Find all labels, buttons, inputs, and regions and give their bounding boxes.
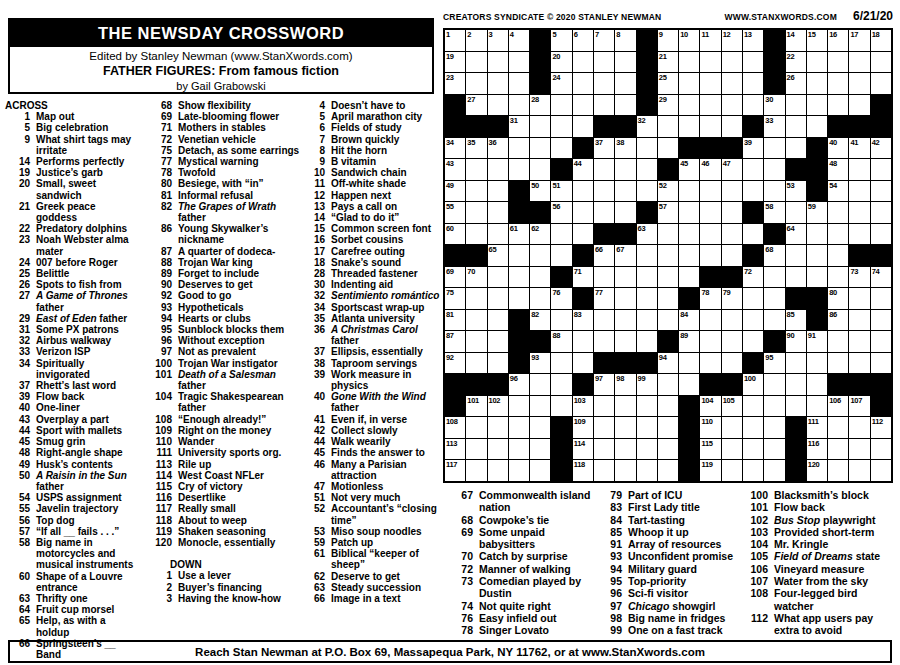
grid-cell[interactable]: 89 [679, 331, 699, 352]
grid-cell[interactable] [679, 116, 699, 137]
grid-cell[interactable] [743, 310, 763, 331]
grid-cell[interactable] [807, 95, 827, 116]
grid-cell[interactable]: 13 [743, 30, 763, 51]
grid-cell[interactable]: 38 [615, 138, 635, 159]
grid-cell[interactable]: 103 [573, 396, 593, 417]
grid-cell[interactable] [637, 245, 657, 266]
grid-cell[interactable]: 65 [488, 245, 508, 266]
grid-cell[interactable]: 74 [871, 267, 891, 288]
grid-cell[interactable] [849, 460, 869, 481]
grid-cell[interactable] [658, 460, 678, 481]
grid-cell[interactable] [637, 396, 657, 417]
grid-cell[interactable]: 112 [871, 417, 891, 438]
grid-cell[interactable] [828, 331, 848, 352]
grid-cell[interactable] [551, 116, 571, 137]
grid-cell[interactable] [807, 267, 827, 288]
grid-cell[interactable]: 78 [700, 288, 720, 309]
grid-cell[interactable] [637, 181, 657, 202]
grid-cell[interactable]: 117 [445, 460, 465, 481]
grid-cell[interactable] [722, 310, 742, 331]
grid-cell[interactable] [849, 159, 869, 180]
grid-cell[interactable] [658, 374, 678, 395]
grid-cell[interactable] [637, 138, 657, 159]
grid-cell[interactable] [871, 288, 891, 309]
grid-cell[interactable] [871, 224, 891, 245]
grid-cell[interactable] [722, 224, 742, 245]
grid-cell[interactable]: 81 [445, 310, 465, 331]
grid-cell[interactable] [573, 331, 593, 352]
grid-cell[interactable] [871, 202, 891, 223]
grid-cell[interactable] [764, 267, 784, 288]
grid-cell[interactable] [871, 439, 891, 460]
crossword-grid[interactable]: 1234567891011121314151617181920212223242… [443, 28, 893, 483]
grid-cell[interactable] [764, 181, 784, 202]
grid-cell[interactable]: 91 [807, 331, 827, 352]
grid-cell[interactable]: 98 [615, 374, 635, 395]
grid-cell[interactable]: 63 [637, 224, 657, 245]
grid-cell[interactable] [466, 310, 486, 331]
grid-cell[interactable] [509, 417, 529, 438]
grid-cell[interactable]: 70 [466, 267, 486, 288]
grid-cell[interactable]: 51 [551, 181, 571, 202]
grid-cell[interactable]: 34 [445, 138, 465, 159]
grid-cell[interactable]: 119 [700, 460, 720, 481]
grid-cell[interactable] [807, 353, 827, 374]
grid-cell[interactable] [488, 159, 508, 180]
grid-cell[interactable] [466, 439, 486, 460]
grid-cell[interactable] [466, 417, 486, 438]
grid-cell[interactable] [786, 95, 806, 116]
grid-cell[interactable] [573, 224, 593, 245]
grid-cell[interactable]: 31 [509, 116, 529, 137]
grid-cell[interactable] [594, 159, 614, 180]
grid-cell[interactable] [509, 396, 529, 417]
grid-cell[interactable] [849, 417, 869, 438]
grid-cell[interactable]: 47 [722, 159, 742, 180]
grid-cell[interactable]: 32 [637, 116, 657, 137]
grid-cell[interactable]: 20 [551, 52, 571, 73]
grid-cell[interactable] [530, 396, 550, 417]
grid-cell[interactable]: 29 [658, 95, 678, 116]
grid-cell[interactable] [700, 202, 720, 223]
grid-cell[interactable] [786, 245, 806, 266]
grid-cell[interactable] [871, 331, 891, 352]
grid-cell[interactable]: 105 [722, 396, 742, 417]
grid-cell[interactable] [849, 288, 869, 309]
grid-cell[interactable]: 85 [786, 310, 806, 331]
grid-cell[interactable] [551, 245, 571, 266]
grid-cell[interactable] [466, 331, 486, 352]
grid-cell[interactable] [764, 417, 784, 438]
grid-cell[interactable]: 23 [445, 73, 465, 94]
grid-cell[interactable]: 106 [828, 396, 848, 417]
grid-cell[interactable] [594, 181, 614, 202]
grid-cell[interactable]: 80 [828, 288, 848, 309]
grid-cell[interactable] [679, 353, 699, 374]
grid-cell[interactable]: 84 [679, 310, 699, 331]
grid-cell[interactable] [722, 116, 742, 137]
grid-cell[interactable] [615, 181, 635, 202]
grid-cell[interactable]: 113 [445, 439, 465, 460]
grid-cell[interactable]: 10 [679, 30, 699, 51]
grid-cell[interactable] [807, 396, 827, 417]
grid-cell[interactable] [488, 460, 508, 481]
grid-cell[interactable]: 86 [828, 310, 848, 331]
grid-cell[interactable] [488, 73, 508, 94]
grid-cell[interactable] [679, 245, 699, 266]
grid-cell[interactable] [509, 159, 529, 180]
grid-cell[interactable]: 120 [807, 460, 827, 481]
grid-cell[interactable]: 37 [594, 138, 614, 159]
grid-cell[interactable]: 21 [658, 52, 678, 73]
grid-cell[interactable]: 52 [658, 181, 678, 202]
grid-cell[interactable]: 79 [722, 288, 742, 309]
grid-cell[interactable]: 69 [445, 267, 465, 288]
grid-cell[interactable]: 107 [849, 396, 869, 417]
grid-cell[interactable] [466, 202, 486, 223]
grid-cell[interactable] [849, 439, 869, 460]
grid-cell[interactable] [700, 116, 720, 137]
grid-cell[interactable] [828, 224, 848, 245]
grid-cell[interactable] [786, 138, 806, 159]
grid-cell[interactable] [637, 460, 657, 481]
grid-cell[interactable] [828, 460, 848, 481]
grid-cell[interactable] [637, 267, 657, 288]
grid-cell[interactable] [530, 288, 550, 309]
grid-cell[interactable]: 17 [849, 30, 869, 51]
grid-cell[interactable] [530, 138, 550, 159]
grid-cell[interactable] [743, 159, 763, 180]
grid-cell[interactable] [722, 417, 742, 438]
grid-cell[interactable] [658, 138, 678, 159]
grid-cell[interactable]: 19 [445, 52, 465, 73]
grid-cell[interactable] [594, 267, 614, 288]
grid-cell[interactable]: 6 [573, 30, 593, 51]
grid-cell[interactable]: 5 [551, 30, 571, 51]
grid-cell[interactable] [722, 439, 742, 460]
grid-cell[interactable]: 111 [807, 417, 827, 438]
grid-cell[interactable] [573, 116, 593, 137]
grid-cell[interactable] [679, 73, 699, 94]
grid-cell[interactable] [615, 417, 635, 438]
grid-cell[interactable] [594, 331, 614, 352]
grid-cell[interactable] [722, 181, 742, 202]
grid-cell[interactable] [488, 202, 508, 223]
grid-cell[interactable] [658, 224, 678, 245]
grid-cell[interactable] [573, 353, 593, 374]
grid-cell[interactable] [530, 245, 550, 266]
grid-cell[interactable] [488, 52, 508, 73]
grid-cell[interactable]: 26 [786, 73, 806, 94]
grid-cell[interactable]: 9 [658, 30, 678, 51]
grid-cell[interactable]: 101 [466, 396, 486, 417]
grid-cell[interactable]: 93 [530, 353, 550, 374]
grid-cell[interactable] [658, 310, 678, 331]
grid-cell[interactable] [466, 52, 486, 73]
grid-cell[interactable] [573, 73, 593, 94]
grid-cell[interactable] [828, 202, 848, 223]
grid-cell[interactable] [488, 267, 508, 288]
grid-cell[interactable]: 96 [509, 374, 529, 395]
grid-cell[interactable] [700, 331, 720, 352]
grid-cell[interactable]: 75 [445, 288, 465, 309]
grid-cell[interactable] [700, 245, 720, 266]
grid-cell[interactable]: 56 [551, 202, 571, 223]
grid-cell[interactable] [807, 245, 827, 266]
grid-cell[interactable] [700, 181, 720, 202]
grid-cell[interactable] [509, 95, 529, 116]
grid-cell[interactable] [786, 353, 806, 374]
grid-cell[interactable]: 77 [594, 288, 614, 309]
grid-cell[interactable] [509, 138, 529, 159]
grid-cell[interactable] [573, 181, 593, 202]
grid-cell[interactable] [871, 52, 891, 73]
grid-cell[interactable] [743, 460, 763, 481]
grid-cell[interactable]: 42 [871, 138, 891, 159]
grid-cell[interactable] [488, 288, 508, 309]
grid-cell[interactable] [722, 202, 742, 223]
grid-cell[interactable]: 116 [807, 439, 827, 460]
grid-cell[interactable] [573, 52, 593, 73]
grid-cell[interactable]: 7 [594, 30, 614, 51]
grid-cell[interactable] [488, 331, 508, 352]
grid-cell[interactable]: 33 [764, 116, 784, 137]
grid-cell[interactable]: 50 [530, 181, 550, 202]
grid-cell[interactable] [658, 417, 678, 438]
grid-cell[interactable]: 4 [509, 30, 529, 51]
grid-cell[interactable] [849, 331, 869, 352]
grid-cell[interactable] [530, 417, 550, 438]
grid-cell[interactable]: 40 [828, 138, 848, 159]
grid-cell[interactable] [658, 396, 678, 417]
grid-cell[interactable] [849, 202, 869, 223]
grid-cell[interactable] [488, 95, 508, 116]
grid-cell[interactable] [743, 95, 763, 116]
grid-cell[interactable] [722, 245, 742, 266]
grid-cell[interactable] [743, 439, 763, 460]
grid-cell[interactable]: 68 [764, 245, 784, 266]
grid-cell[interactable] [679, 374, 699, 395]
grid-cell[interactable]: 110 [700, 417, 720, 438]
grid-cell[interactable] [488, 181, 508, 202]
grid-cell[interactable] [807, 374, 827, 395]
grid-cell[interactable] [764, 159, 784, 180]
grid-cell[interactable] [509, 73, 529, 94]
grid-cell[interactable] [807, 116, 827, 137]
grid-cell[interactable]: 58 [764, 202, 784, 223]
grid-cell[interactable]: 30 [764, 95, 784, 116]
grid-cell[interactable] [871, 159, 891, 180]
grid-cell[interactable]: 82 [530, 310, 550, 331]
grid-cell[interactable]: 100 [743, 374, 763, 395]
grid-cell[interactable] [637, 288, 657, 309]
grid-cell[interactable] [679, 181, 699, 202]
grid-cell[interactable] [764, 288, 784, 309]
grid-cell[interactable] [786, 202, 806, 223]
grid-cell[interactable]: 14 [786, 30, 806, 51]
grid-cell[interactable]: 62 [530, 224, 550, 245]
grid-cell[interactable] [828, 95, 848, 116]
grid-cell[interactable]: 15 [807, 30, 827, 51]
grid-cell[interactable] [509, 52, 529, 73]
grid-cell[interactable]: 45 [679, 159, 699, 180]
grid-cell[interactable] [871, 310, 891, 331]
grid-cell[interactable] [466, 224, 486, 245]
grid-cell[interactable] [637, 310, 657, 331]
grid-cell[interactable] [615, 288, 635, 309]
grid-cell[interactable] [551, 353, 571, 374]
grid-cell[interactable] [828, 52, 848, 73]
grid-cell[interactable] [764, 439, 784, 460]
grid-cell[interactable] [530, 267, 550, 288]
grid-cell[interactable]: 46 [700, 159, 720, 180]
grid-cell[interactable]: 54 [828, 181, 848, 202]
grid-cell[interactable] [700, 310, 720, 331]
grid-cell[interactable] [615, 159, 635, 180]
grid-cell[interactable]: 72 [743, 267, 763, 288]
grid-cell[interactable] [849, 310, 869, 331]
grid-cell[interactable] [722, 95, 742, 116]
grid-cell[interactable] [679, 267, 699, 288]
grid-cell[interactable] [700, 52, 720, 73]
grid-cell[interactable]: 3 [488, 30, 508, 51]
grid-cell[interactable] [658, 439, 678, 460]
grid-cell[interactable] [615, 310, 635, 331]
grid-cell[interactable] [594, 310, 614, 331]
grid-cell[interactable] [594, 417, 614, 438]
grid-cell[interactable] [764, 374, 784, 395]
grid-cell[interactable] [871, 460, 891, 481]
grid-cell[interactable] [466, 73, 486, 94]
grid-cell[interactable] [700, 224, 720, 245]
grid-cell[interactable] [530, 439, 550, 460]
grid-cell[interactable] [594, 439, 614, 460]
grid-cell[interactable] [679, 224, 699, 245]
grid-cell[interactable]: 61 [509, 224, 529, 245]
grid-cell[interactable] [743, 331, 763, 352]
grid-cell[interactable]: 118 [573, 460, 593, 481]
grid-cell[interactable] [679, 202, 699, 223]
grid-cell[interactable] [466, 288, 486, 309]
grid-cell[interactable] [594, 52, 614, 73]
grid-cell[interactable]: 41 [849, 138, 869, 159]
grid-cell[interactable] [849, 95, 869, 116]
grid-cell[interactable] [849, 52, 869, 73]
grid-cell[interactable] [466, 353, 486, 374]
grid-cell[interactable]: 53 [786, 181, 806, 202]
grid-cell[interactable] [658, 245, 678, 266]
grid-cell[interactable]: 39 [743, 138, 763, 159]
grid-cell[interactable]: 2 [466, 30, 486, 51]
grid-cell[interactable]: 28 [530, 95, 550, 116]
grid-cell[interactable]: 97 [594, 374, 614, 395]
grid-cell[interactable] [786, 374, 806, 395]
grid-cell[interactable] [551, 224, 571, 245]
grid-cell[interactable]: 35 [466, 138, 486, 159]
grid-cell[interactable] [658, 267, 678, 288]
grid-cell[interactable] [849, 353, 869, 374]
grid-cell[interactable] [509, 439, 529, 460]
grid-cell[interactable]: 59 [807, 202, 827, 223]
grid-cell[interactable]: 36 [488, 138, 508, 159]
grid-cell[interactable]: 11 [700, 30, 720, 51]
grid-cell[interactable] [764, 310, 784, 331]
grid-cell[interactable] [807, 73, 827, 94]
grid-cell[interactable] [658, 288, 678, 309]
grid-cell[interactable] [466, 181, 486, 202]
grid-cell[interactable] [466, 460, 486, 481]
grid-cell[interactable] [637, 159, 657, 180]
grid-cell[interactable]: 92 [445, 353, 465, 374]
grid-cell[interactable]: 49 [445, 181, 465, 202]
grid-cell[interactable] [615, 267, 635, 288]
grid-cell[interactable] [615, 73, 635, 94]
grid-cell[interactable] [615, 396, 635, 417]
grid-cell[interactable] [722, 460, 742, 481]
grid-cell[interactable] [871, 73, 891, 94]
grid-cell[interactable] [743, 417, 763, 438]
grid-cell[interactable] [786, 267, 806, 288]
grid-cell[interactable] [530, 460, 550, 481]
grid-cell[interactable]: 60 [445, 224, 465, 245]
grid-cell[interactable] [551, 396, 571, 417]
grid-cell[interactable] [615, 202, 635, 223]
grid-cell[interactable]: 16 [828, 30, 848, 51]
grid-cell[interactable] [849, 73, 869, 94]
grid-cell[interactable]: 27 [466, 95, 486, 116]
grid-cell[interactable] [488, 224, 508, 245]
grid-cell[interactable]: 66 [594, 245, 614, 266]
grid-cell[interactable] [764, 138, 784, 159]
grid-cell[interactable]: 108 [445, 417, 465, 438]
grid-cell[interactable] [679, 95, 699, 116]
grid-cell[interactable] [722, 331, 742, 352]
grid-cell[interactable] [637, 439, 657, 460]
grid-cell[interactable]: 94 [658, 353, 678, 374]
grid-cell[interactable] [722, 73, 742, 94]
grid-cell[interactable] [807, 224, 827, 245]
grid-cell[interactable] [530, 374, 550, 395]
grid-cell[interactable] [743, 224, 763, 245]
grid-cell[interactable]: 43 [445, 159, 465, 180]
grid-cell[interactable] [551, 310, 571, 331]
grid-cell[interactable] [488, 310, 508, 331]
grid-cell[interactable] [530, 159, 550, 180]
grid-cell[interactable] [594, 202, 614, 223]
grid-cell[interactable]: 109 [573, 417, 593, 438]
grid-cell[interactable] [828, 73, 848, 94]
grid-cell[interactable] [615, 460, 635, 481]
grid-cell[interactable] [573, 95, 593, 116]
grid-cell[interactable] [509, 460, 529, 481]
grid-cell[interactable] [594, 460, 614, 481]
grid-cell[interactable] [828, 353, 848, 374]
grid-cell[interactable]: 57 [658, 202, 678, 223]
grid-cell[interactable] [594, 396, 614, 417]
grid-cell[interactable] [700, 73, 720, 94]
grid-cell[interactable]: 12 [722, 30, 742, 51]
grid-cell[interactable] [700, 95, 720, 116]
grid-cell[interactable] [743, 288, 763, 309]
grid-cell[interactable]: 48 [828, 159, 848, 180]
grid-cell[interactable] [700, 353, 720, 374]
grid-cell[interactable]: 73 [849, 267, 869, 288]
grid-cell[interactable] [786, 396, 806, 417]
grid-cell[interactable] [509, 245, 529, 266]
grid-cell[interactable] [615, 331, 635, 352]
grid-cell[interactable] [530, 116, 550, 137]
grid-cell[interactable]: 8 [615, 30, 635, 51]
